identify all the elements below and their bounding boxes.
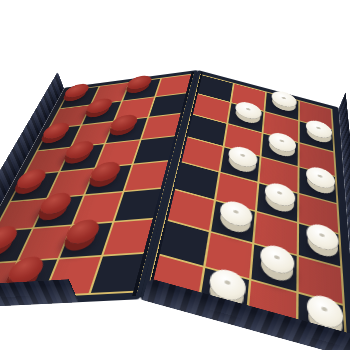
square-c8-r2[interactable]: ⛀	[299, 121, 333, 151]
square-c5-r2[interactable]	[192, 94, 229, 123]
left-near-ribbed-wall	[0, 276, 138, 309]
square-c2-r2[interactable]: ⛂	[82, 102, 121, 125]
red-checker-piece[interactable]: ⛂	[84, 97, 115, 114]
square-c4-r2[interactable]	[149, 93, 187, 116]
board-half-left: ⛂⛂⛂⛂⛂⛂⛂⛂⛂⛂⛂⛂	[0, 70, 198, 309]
white-checker-piece[interactable]: ⛀	[271, 89, 297, 110]
red-checker-piece[interactable]: ⛂	[13, 168, 49, 190]
square-c4-r4[interactable]	[133, 136, 175, 163]
square-c8-r7[interactable]	[298, 257, 342, 304]
square-c3-r6[interactable]	[73, 192, 121, 224]
square-c6-r1[interactable]	[231, 84, 265, 111]
red-checker-piece[interactable]: ⛂	[36, 192, 74, 216]
white-checker-piece[interactable]: ⛀	[306, 164, 335, 191]
square-c1-r7[interactable]: ⛂	[0, 229, 31, 263]
left-side-ribbed-wall	[0, 71, 64, 307]
red-checker-piece[interactable]: ⛂	[125, 74, 154, 90]
square-c8-r3[interactable]	[299, 143, 335, 176]
square-c8-r1[interactable]	[299, 101, 332, 129]
red-checker-piece[interactable]: ⛂	[0, 225, 22, 251]
square-c7-r2[interactable]	[263, 112, 297, 142]
square-c1-r6[interactable]	[0, 199, 45, 230]
square-c1-r1[interactable]: ⛂	[60, 87, 98, 108]
product-photo-stage: ⛂⛂⛂⛂⛂⛂⛂⛂⛂⛂⛂⛂ ⛀⛀⛀⛀⛀⛀⛀⛀⛀⛀⛀⛀	[0, 0, 350, 350]
square-c7-r3[interactable]: ⛀	[262, 134, 298, 166]
square-c7-r6[interactable]	[254, 212, 296, 254]
square-c7-r7[interactable]: ⛀	[251, 245, 296, 291]
square-c5-r5[interactable]	[174, 162, 218, 199]
square-c8-r4[interactable]: ⛀	[299, 167, 337, 202]
square-c1-r3[interactable]: ⛂	[38, 126, 80, 151]
square-c3-r5[interactable]: ⛂	[85, 165, 131, 194]
square-c1-r2[interactable]	[50, 105, 90, 128]
white-checker-piece[interactable]: ⛀	[234, 99, 262, 121]
scene: ⛂⛂⛂⛂⛂⛂⛂⛂⛂⛂⛂⛂ ⛀⛀⛀⛀⛀⛀⛀⛀⛀⛀⛀⛀	[0, 0, 350, 350]
right-near-ribbed-wall	[142, 278, 350, 350]
square-c7-r1[interactable]: ⛀	[265, 93, 298, 120]
white-checker-piece[interactable]: ⛀	[268, 130, 296, 154]
square-c2-r3[interactable]	[72, 122, 113, 147]
white-checker-piece[interactable]: ⛀	[306, 118, 333, 141]
left-shading	[0, 70, 198, 309]
square-c4-r1[interactable]	[156, 75, 192, 97]
square-c2-r5[interactable]	[48, 169, 94, 198]
right-side-ribbed-wall	[339, 91, 350, 350]
square-c7-r4[interactable]	[259, 157, 297, 192]
square-c3-r7[interactable]: ⛂	[60, 223, 112, 258]
white-checker-piece[interactable]: ⛀	[218, 198, 253, 229]
square-c6-r6[interactable]: ⛀	[211, 201, 255, 242]
white-checker-piece[interactable]: ⛀	[306, 221, 339, 253]
red-checker-piece[interactable]: ⛂	[63, 219, 103, 245]
square-c4-r3[interactable]	[141, 114, 181, 139]
square-c2-r6[interactable]: ⛂	[34, 196, 83, 228]
square-c5-r3[interactable]	[187, 115, 226, 146]
square-c4-r7[interactable]	[103, 219, 154, 254]
square-c3-r2[interactable]	[115, 97, 154, 120]
square-c5-r6[interactable]	[167, 190, 213, 231]
square-c8-r5[interactable]	[299, 194, 339, 233]
red-checker-piece[interactable]: ⛂	[88, 161, 124, 183]
square-c1-r5[interactable]: ⛂	[11, 172, 58, 201]
square-c1-r4[interactable]	[25, 148, 69, 174]
square-c5-r4[interactable]	[181, 137, 222, 171]
red-checker-piece[interactable]: ⛂	[62, 83, 91, 99]
white-checker-piece[interactable]: ⛀	[265, 180, 296, 209]
square-c4-r6[interactable]	[114, 189, 162, 221]
square-c4-r5[interactable]	[124, 161, 169, 191]
square-c6-r2[interactable]: ⛀	[228, 103, 264, 132]
square-c5-r7[interactable]	[159, 221, 208, 266]
square-c2-r1[interactable]	[91, 83, 128, 105]
red-checker-piece[interactable]: ⛂	[108, 114, 140, 133]
square-c2-r7[interactable]	[18, 226, 70, 261]
square-c2-r4[interactable]: ⛂	[60, 144, 104, 171]
square-c5-r1[interactable]	[197, 75, 232, 102]
square-c6-r7[interactable]	[205, 233, 252, 279]
red-checker-piece[interactable]: ⛂	[40, 122, 72, 140]
square-c3-r3[interactable]: ⛂	[106, 118, 147, 143]
square-c6-r3[interactable]	[224, 124, 261, 156]
square-c3-r1[interactable]: ⛂	[123, 79, 160, 101]
white-checker-piece[interactable]: ⛀	[260, 242, 295, 277]
white-checker-piece[interactable]: ⛀	[227, 144, 258, 170]
left-half-grid: ⛂⛂⛂⛂⛂⛂⛂⛂⛂⛂⛂⛂	[0, 73, 194, 301]
square-c7-r5[interactable]: ⛀	[257, 183, 297, 221]
square-c6-r5[interactable]	[216, 173, 258, 211]
board-half-right: ⛀⛀⛀⛀⛀⛀⛀⛀⛀⛀⛀⛀	[140, 70, 350, 350]
square-c3-r4[interactable]	[96, 140, 139, 167]
square-c6-r4[interactable]: ⛀	[220, 147, 259, 181]
square-c8-r6[interactable]: ⛀	[298, 224, 340, 267]
red-checker-piece[interactable]: ⛂	[62, 140, 96, 160]
checkers-board: ⛂⛂⛂⛂⛂⛂⛂⛂⛂⛂⛂⛂ ⛀⛀⛀⛀⛀⛀⛀⛀⛀⛀⛀⛀	[0, 59, 350, 329]
